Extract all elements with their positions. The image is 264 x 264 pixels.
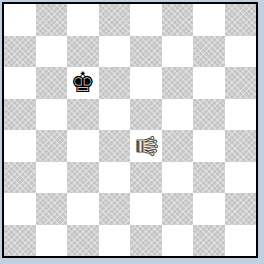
square-b6[interactable] (36, 67, 68, 99)
square-e6[interactable] (130, 67, 162, 99)
square-e7[interactable] (130, 36, 162, 68)
square-g6[interactable] (193, 67, 225, 99)
square-d6[interactable] (99, 67, 131, 99)
square-f1[interactable] (162, 225, 194, 257)
square-a3[interactable] (4, 162, 36, 194)
square-g5[interactable] (193, 99, 225, 131)
square-b7[interactable] (36, 36, 68, 68)
square-c6[interactable]: ♚ (67, 67, 99, 99)
square-h8[interactable] (225, 4, 257, 36)
square-g1[interactable] (193, 225, 225, 257)
chess-board-frame: ♚♛ (2, 2, 258, 258)
square-e2[interactable] (130, 193, 162, 225)
square-f5[interactable] (162, 99, 194, 131)
square-h6[interactable] (225, 67, 257, 99)
square-h1[interactable] (225, 225, 257, 257)
square-c3[interactable] (67, 162, 99, 194)
square-a7[interactable] (4, 36, 36, 68)
square-f2[interactable] (162, 193, 194, 225)
square-d4[interactable] (99, 130, 131, 162)
square-c7[interactable] (67, 36, 99, 68)
chess-board: ♚♛ (4, 4, 256, 256)
square-b5[interactable] (36, 99, 68, 131)
square-b4[interactable] (36, 130, 68, 162)
square-b3[interactable] (36, 162, 68, 194)
square-f7[interactable] (162, 36, 194, 68)
square-c8[interactable] (67, 4, 99, 36)
square-b2[interactable] (36, 193, 68, 225)
square-b8[interactable] (36, 4, 68, 36)
square-e1[interactable] (130, 225, 162, 257)
square-a4[interactable] (4, 130, 36, 162)
square-d5[interactable] (99, 99, 131, 131)
square-d8[interactable] (99, 4, 131, 36)
square-b1[interactable] (36, 225, 68, 257)
square-d1[interactable] (99, 225, 131, 257)
square-f4[interactable] (162, 130, 194, 162)
square-g2[interactable] (193, 193, 225, 225)
square-c1[interactable] (67, 225, 99, 257)
square-e5[interactable] (130, 99, 162, 131)
square-g7[interactable] (193, 36, 225, 68)
square-a6[interactable] (4, 67, 36, 99)
square-h7[interactable] (225, 36, 257, 68)
square-e8[interactable] (130, 4, 162, 36)
square-e4[interactable]: ♛ (130, 130, 162, 162)
square-c5[interactable] (67, 99, 99, 131)
square-a8[interactable] (4, 4, 36, 36)
square-g3[interactable] (193, 162, 225, 194)
square-e3[interactable] (130, 162, 162, 194)
square-h3[interactable] (225, 162, 257, 194)
square-a1[interactable] (4, 225, 36, 257)
square-f6[interactable] (162, 67, 194, 99)
square-d7[interactable] (99, 36, 131, 68)
square-f8[interactable] (162, 4, 194, 36)
square-h5[interactable] (225, 99, 257, 131)
square-g8[interactable] (193, 4, 225, 36)
square-c2[interactable] (67, 193, 99, 225)
square-d2[interactable] (99, 193, 131, 225)
square-c4[interactable] (67, 130, 99, 162)
square-d3[interactable] (99, 162, 131, 194)
square-h2[interactable] (225, 193, 257, 225)
square-a5[interactable] (4, 99, 36, 131)
white-queen-piece[interactable]: ♛ (132, 133, 160, 158)
square-g4[interactable] (193, 130, 225, 162)
square-f3[interactable] (162, 162, 194, 194)
black-king-piece[interactable]: ♚ (70, 69, 95, 97)
square-h4[interactable] (225, 130, 257, 162)
square-a2[interactable] (4, 193, 36, 225)
